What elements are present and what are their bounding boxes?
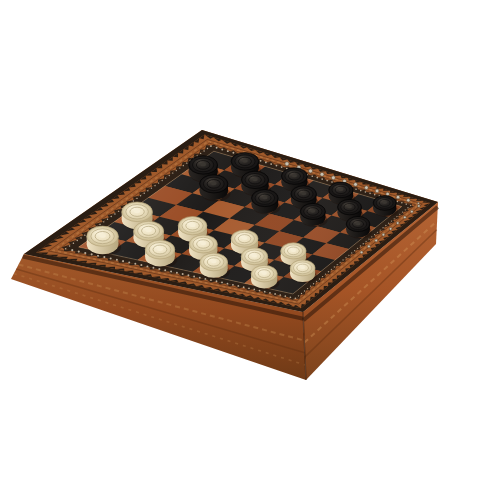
stitch-dot — [260, 160, 262, 162]
stitch-dot — [248, 287, 250, 289]
white-checker-r8c1[interactable] — [87, 226, 121, 256]
stitch-dot — [397, 201, 398, 202]
stitch-dot — [80, 237, 81, 238]
stitch-dot — [152, 267, 154, 269]
stitch-dot — [269, 292, 271, 294]
stitch-dot — [210, 279, 212, 281]
stitch-dot — [319, 278, 320, 279]
stitch-dot — [133, 200, 134, 201]
stitch-dot — [365, 191, 367, 193]
black-checker-r3c8[interactable] — [346, 216, 372, 238]
stitch-dot — [274, 293, 276, 295]
piece-center-button — [338, 188, 343, 191]
piece-center-button — [242, 237, 247, 240]
stitch-dot — [107, 218, 108, 219]
stitch-dot — [114, 213, 115, 214]
piece-center-button — [242, 159, 248, 163]
stitch-dot — [183, 165, 184, 166]
stitch-dot — [199, 277, 201, 279]
stitch-dot — [221, 282, 223, 284]
stitch-dot — [377, 232, 378, 233]
stitch-dot — [265, 162, 267, 164]
stitch-dot — [147, 190, 148, 191]
stitch-dot — [331, 181, 333, 183]
stitch-dot — [165, 177, 166, 178]
stitch-dot — [391, 220, 392, 221]
stitch-dot — [158, 268, 160, 270]
stitch-dot — [227, 150, 229, 152]
stitch-dot — [210, 145, 212, 147]
piece-center-button — [157, 247, 163, 251]
metal-stud — [417, 202, 419, 204]
stitch-dot — [84, 252, 86, 254]
stitch-dot — [313, 283, 314, 284]
stitch-dot — [399, 214, 400, 215]
black-checker-r3c4[interactable] — [252, 190, 281, 215]
stitch-dot — [307, 288, 308, 289]
metal-stud — [331, 176, 335, 180]
stitch-dot — [176, 170, 177, 171]
stitch-dot — [264, 291, 266, 293]
metal-stud — [320, 172, 324, 176]
stitch-dot — [351, 252, 352, 253]
stitch-dot — [128, 261, 130, 263]
stitch-dot — [360, 190, 362, 192]
stitch-dot — [71, 249, 73, 251]
stitch-dot — [355, 188, 357, 190]
stitch-dot — [170, 271, 172, 273]
stitch-dot — [158, 182, 159, 183]
stitch-dot — [354, 250, 355, 251]
piece-center-button — [310, 209, 315, 212]
stitch-dot — [337, 264, 338, 265]
stitch-dot — [360, 245, 361, 246]
metal-stud — [418, 205, 421, 208]
stitch-dot — [103, 221, 104, 222]
stitch-dot — [388, 223, 389, 224]
stitch-dot — [396, 216, 397, 217]
stitch-dot — [331, 269, 332, 270]
stitch-dot — [407, 207, 408, 208]
stitch-dot — [69, 245, 71, 247]
piece-center-button — [99, 234, 105, 238]
stitch-dot — [99, 224, 100, 225]
stitch-dot — [232, 152, 234, 154]
stitch-dot — [374, 194, 376, 196]
piece-center-button — [146, 228, 152, 232]
stitch-dot — [151, 187, 152, 188]
stitch-dot — [328, 271, 329, 272]
stitch-dot — [78, 251, 80, 253]
stitch-dot — [118, 211, 119, 212]
stitch-dot — [363, 243, 364, 244]
stitch-dot — [186, 162, 187, 163]
piece-center-button — [252, 254, 257, 257]
stitch-dot — [322, 276, 323, 277]
stitch-dot — [146, 265, 148, 267]
stitch-dot — [179, 167, 180, 168]
stitch-dot — [204, 278, 206, 280]
stitch-dot — [237, 285, 239, 287]
piece-center-button — [190, 223, 196, 227]
stitch-dot — [394, 218, 395, 219]
piece-center-button — [200, 163, 206, 167]
stitch-dot — [176, 272, 178, 274]
metal-stud — [411, 210, 414, 213]
stitch-dot — [182, 273, 184, 275]
stitch-dot — [304, 290, 305, 291]
stitch-dot — [134, 263, 136, 265]
metal-stud — [396, 195, 400, 199]
metal-stud — [406, 198, 410, 202]
checkers-board-scene — [0, 0, 480, 480]
stitch-dot — [84, 234, 85, 235]
piece-center-button — [300, 266, 305, 269]
stitch-dot — [227, 283, 229, 285]
stitch-dot — [316, 281, 317, 282]
stitch-dot — [369, 193, 371, 195]
stitch-dot — [281, 166, 283, 168]
stitch-dot — [290, 296, 292, 298]
stitch-dot — [122, 260, 124, 262]
stitch-dot — [232, 284, 234, 286]
piece-center-button — [262, 272, 267, 275]
piece-center-button — [262, 196, 267, 199]
stitch-dot — [340, 262, 341, 263]
stitch-dot — [140, 264, 142, 266]
stitch-dot — [259, 290, 261, 292]
stitch-dot — [321, 178, 323, 180]
piece-center-button — [134, 209, 140, 213]
stitch-dot — [374, 234, 375, 235]
piece-center-button — [347, 205, 352, 208]
metal-stud — [375, 239, 378, 242]
metal-stud — [367, 245, 370, 248]
piece-center-button — [292, 174, 297, 177]
stitch-dot — [116, 259, 118, 261]
black-checker-r1c8[interactable] — [373, 196, 398, 218]
stitch-dot — [368, 238, 369, 239]
black-checker-r3c2[interactable] — [200, 175, 231, 202]
metal-stud — [308, 169, 312, 173]
metal-stud — [360, 251, 363, 254]
stitch-dot — [103, 256, 105, 258]
stitch-dot — [172, 172, 173, 173]
piece-center-button — [291, 249, 296, 252]
stitch-dot — [311, 175, 313, 177]
stitch-dot — [342, 259, 343, 260]
stitch-dot — [310, 285, 311, 286]
stitch-dot — [385, 225, 386, 226]
stitch-dot — [301, 293, 302, 294]
metal-stud — [382, 233, 385, 236]
stitch-dot — [207, 148, 208, 149]
piece-center-button — [301, 192, 306, 195]
stitch-dot — [371, 236, 372, 237]
stitch-dot — [298, 295, 299, 296]
stitch-dot — [279, 294, 281, 296]
stitch-dot — [253, 289, 255, 291]
stitch-dot — [76, 240, 77, 241]
piece-center-button — [211, 182, 217, 186]
stitch-dot — [405, 209, 406, 210]
white-checker-r8c7[interactable] — [251, 265, 279, 289]
black-checker-r3c6[interactable] — [300, 203, 327, 227]
stitch-dot — [216, 147, 218, 149]
stitch-dot — [402, 211, 403, 212]
stitch-dot — [221, 149, 223, 151]
stitch-dot — [295, 297, 297, 299]
piece-center-button — [356, 222, 361, 225]
stitch-dot — [334, 266, 335, 267]
stitch-dot — [284, 295, 286, 297]
stitch-dot — [270, 163, 272, 165]
metal-stud — [386, 192, 390, 196]
stitch-dot — [345, 257, 346, 258]
stitch-dot — [110, 257, 112, 259]
stitch-dot — [216, 280, 218, 282]
white-checker-r8c3[interactable] — [145, 240, 177, 268]
white-checker-r7c8[interactable] — [290, 260, 317, 283]
stitch-dot — [140, 195, 141, 196]
stitch-dot — [164, 269, 166, 271]
metal-stud — [365, 186, 369, 190]
stitch-dot — [144, 193, 145, 194]
white-checker-r8c5[interactable] — [200, 253, 230, 279]
stitch-dot — [154, 185, 155, 186]
metal-stud — [375, 189, 379, 193]
stitch-dot — [187, 274, 189, 276]
metal-stud — [285, 162, 289, 166]
piece-center-button — [382, 201, 387, 204]
stitch-dot — [357, 248, 358, 249]
stitch-dot — [410, 205, 411, 206]
metal-stud — [389, 227, 392, 230]
stitch-dot — [65, 248, 67, 250]
stitch-dot — [380, 229, 381, 230]
metal-stud — [396, 222, 399, 225]
metal-stud — [403, 216, 406, 219]
piece-center-button — [252, 178, 257, 181]
stitch-dot — [193, 276, 195, 278]
stitch-dot — [406, 203, 407, 204]
checkers-set-photo — [0, 0, 480, 480]
stitch-dot — [136, 198, 137, 199]
stitch-dot — [316, 177, 318, 179]
stitch-dot — [326, 180, 328, 182]
stitch-dot — [203, 150, 204, 151]
piece-center-button — [200, 242, 206, 246]
stitch-dot — [91, 253, 93, 255]
stitch-dot — [110, 216, 111, 217]
stitch-dot — [200, 153, 201, 154]
stitch-dot — [73, 243, 75, 245]
stitch-dot — [161, 180, 162, 181]
stitch-dot — [348, 255, 349, 256]
stitch-dot — [276, 165, 278, 167]
stitch-dot — [382, 227, 383, 228]
stitch-dot — [243, 286, 245, 288]
piece-center-button — [211, 260, 217, 264]
stitch-dot — [365, 241, 366, 242]
metal-stud — [354, 183, 358, 187]
stitch-dot — [401, 202, 402, 203]
stitch-dot — [169, 175, 170, 176]
stitch-dot — [325, 273, 326, 274]
